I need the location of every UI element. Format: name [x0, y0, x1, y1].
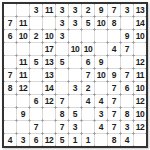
cell-r9c11[interactable]: 10 [134, 108, 146, 120]
cell-r7c11[interactable]: 10 [134, 82, 146, 94]
cell-r8c3[interactable]: 6 [30, 95, 42, 107]
cell-r7c9[interactable]: 7 [108, 82, 120, 94]
cell-r2c5[interactable]: 3 [56, 17, 68, 29]
cell-r9c9[interactable]: 7 [108, 108, 120, 120]
cell-r8c8[interactable]: 4 [95, 95, 107, 107]
cell-r3c9[interactable] [108, 30, 120, 42]
cell-r8c6[interactable] [69, 95, 81, 107]
cell-r2c11[interactable]: 14 [134, 17, 146, 29]
cell-r3c7[interactable] [82, 30, 94, 42]
cell-r6c11[interactable]: 11 [134, 69, 146, 81]
cell-r11c2[interactable]: 3 [17, 134, 29, 146]
cell-r10c1[interactable] [4, 121, 16, 133]
cell-r8c7[interactable]: 4 [82, 95, 94, 107]
cell-r10c4[interactable] [43, 121, 55, 133]
cell-r10c7[interactable] [82, 121, 94, 133]
cell-r11c9[interactable]: 8 [108, 134, 120, 146]
cell-r2c4[interactable] [43, 17, 55, 29]
cell-r1c8[interactable]: 9 [95, 4, 107, 16]
cell-r7c3[interactable] [30, 82, 42, 94]
cell-r9c3[interactable] [30, 108, 42, 120]
cell-r8c11[interactable]: 12 [134, 95, 146, 107]
cell-r3c1[interactable]: 6 [4, 30, 16, 42]
cell-r10c10[interactable]: 3 [121, 121, 133, 133]
cell-r5c10[interactable] [121, 56, 133, 68]
cell-r11c3[interactable]: 6 [30, 134, 42, 146]
cell-r5c2[interactable]: 11 [17, 56, 29, 68]
cell-r5c8[interactable]: 9 [95, 56, 107, 68]
cell-r6c8[interactable]: 10 [95, 69, 107, 81]
cell-r9c5[interactable]: 8 [56, 108, 68, 120]
cell-r10c5[interactable]: 7 [56, 121, 68, 133]
cell-r6c4[interactable]: 13 [43, 69, 55, 81]
cell-r3c5[interactable]: 3 [56, 30, 68, 42]
cell-r1c6[interactable]: 3 [69, 4, 81, 16]
cell-r9c1[interactable] [4, 108, 16, 120]
cell-r6c6[interactable] [69, 69, 81, 81]
cell-r7c4[interactable]: 14 [43, 82, 55, 94]
cell-r10c3[interactable]: 7 [30, 121, 42, 133]
cell-r11c11[interactable] [134, 134, 146, 146]
cell-r10c6[interactable]: 3 [69, 121, 81, 133]
cell-r5c7[interactable]: 6 [82, 56, 94, 68]
cell-r2c9[interactable]: 8 [108, 17, 120, 29]
cell-r1c1[interactable] [4, 4, 16, 16]
cell-r9c4[interactable] [43, 108, 55, 120]
cell-r5c4[interactable]: 13 [43, 56, 55, 68]
cell-r9c8[interactable]: 3 [95, 108, 107, 120]
cell-r9c7[interactable] [82, 108, 94, 120]
cell-r8c9[interactable]: 7 [108, 95, 120, 107]
cell-r10c11[interactable]: 12 [134, 121, 146, 133]
cell-r6c3[interactable] [30, 69, 42, 81]
cell-r4c2[interactable] [17, 43, 29, 55]
cell-r2c3[interactable] [30, 17, 42, 29]
cell-r2c8[interactable]: 10 [95, 17, 107, 29]
cell-r11c10[interactable]: 4 [121, 134, 133, 146]
cell-r1c7[interactable]: 2 [82, 4, 94, 16]
cell-r4c10[interactable]: 7 [121, 43, 133, 55]
cell-r7c7[interactable]: 2 [82, 82, 94, 94]
cell-r11c8[interactable] [95, 134, 107, 146]
cell-r3c11[interactable]: 10 [134, 30, 146, 42]
cell-r4c11[interactable] [134, 43, 146, 55]
cell-r11c4[interactable]: 12 [43, 134, 55, 146]
cell-r1c3[interactable]: 3 [30, 4, 42, 16]
cell-r1c10[interactable]: 3 [121, 4, 133, 16]
cell-r11c7[interactable]: 1 [82, 134, 94, 146]
cell-r7c6[interactable]: 3 [69, 82, 81, 94]
cell-r4c6[interactable]: 10 [69, 43, 81, 55]
cell-r3c2[interactable]: 10 [17, 30, 29, 42]
cell-r2c7[interactable]: 5 [82, 17, 94, 29]
cell-r9c10[interactable]: 8 [121, 108, 133, 120]
cell-r8c1[interactable] [4, 95, 16, 107]
cell-r2c1[interactable]: 7 [4, 17, 16, 29]
cell-r5c11[interactable]: 12 [134, 56, 146, 68]
cell-r7c2[interactable]: 12 [17, 82, 29, 94]
cell-r4c8[interactable] [95, 43, 107, 55]
cell-r8c10[interactable] [121, 95, 133, 107]
cell-r5c5[interactable]: 5 [56, 56, 68, 68]
cell-r3c6[interactable] [69, 30, 81, 42]
cell-r2c10[interactable] [121, 17, 133, 29]
cell-r7c8[interactable] [95, 82, 107, 94]
cell-r4c9[interactable]: 4 [108, 43, 120, 55]
cell-r8c4[interactable]: 12 [43, 95, 55, 107]
cell-r6c7[interactable]: 7 [82, 69, 94, 81]
cell-r1c4[interactable]: 11 [43, 4, 55, 16]
cell-r7c10[interactable]: 6 [121, 82, 133, 94]
cell-r1c2[interactable] [17, 4, 29, 16]
cell-r1c5[interactable]: 3 [56, 4, 68, 16]
cell-r7c5[interactable] [56, 82, 68, 94]
cell-r3c3[interactable]: 2 [30, 30, 42, 42]
cell-r10c8[interactable]: 4 [95, 121, 107, 133]
cell-r1c11[interactable]: 13 [134, 4, 146, 16]
cell-r10c9[interactable]: 7 [108, 121, 120, 133]
cell-r11c6[interactable]: 1 [69, 134, 81, 146]
cell-r5c9[interactable] [108, 56, 120, 68]
cell-r9c2[interactable]: 9 [17, 108, 29, 120]
cell-r5c1[interactable] [4, 56, 16, 68]
cell-r4c7[interactable]: 10 [82, 43, 94, 55]
cell-r3c10[interactable]: 9 [121, 30, 133, 42]
cell-r7c1[interactable]: 8 [4, 82, 16, 94]
cell-r9c6[interactable]: 5 [69, 108, 81, 120]
cell-r3c8[interactable] [95, 30, 107, 42]
cell-r3c4[interactable]: 10 [43, 30, 55, 42]
cell-r4c4[interactable]: 17 [43, 43, 55, 55]
cell-r8c2[interactable] [17, 95, 29, 107]
cell-r8c5[interactable]: 7 [56, 95, 68, 107]
cell-r11c5[interactable]: 5 [56, 134, 68, 146]
cell-r1c9[interactable]: 7 [108, 4, 120, 16]
cell-r5c6[interactable] [69, 56, 81, 68]
cell-r5c3[interactable]: 5 [30, 56, 42, 68]
puzzle-board: 3113329731371133510814610210391017101047… [2, 2, 148, 148]
cell-r4c3[interactable] [30, 43, 42, 55]
cell-r6c5[interactable] [56, 69, 68, 81]
cell-r4c1[interactable] [4, 43, 16, 55]
cell-r4c5[interactable] [56, 43, 68, 55]
cell-r6c9[interactable]: 9 [108, 69, 120, 81]
cell-r6c10[interactable]: 7 [121, 69, 133, 81]
cell-r11c1[interactable]: 4 [4, 134, 16, 146]
cell-r2c6[interactable]: 3 [69, 17, 81, 29]
cell-r6c2[interactable]: 11 [17, 69, 29, 81]
cell-r6c1[interactable]: 7 [4, 69, 16, 81]
cell-r10c2[interactable] [17, 121, 29, 133]
cell-r2c2[interactable]: 11 [17, 17, 29, 29]
